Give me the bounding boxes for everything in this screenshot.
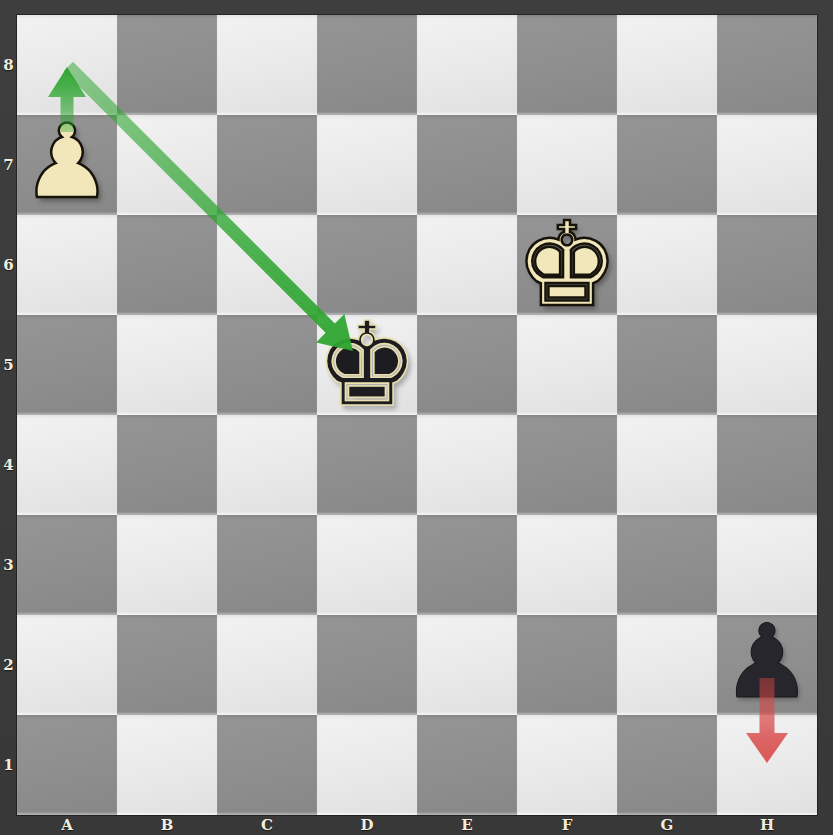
file-label-g: G [617,815,717,835]
white-king-f6[interactable]: ♚ [517,215,617,315]
file-label-d: D [317,815,417,835]
square-g6[interactable] [617,215,717,315]
square-a4[interactable] [17,415,117,515]
chess-board: ♟♚♚♟ [17,15,817,815]
square-b8[interactable] [117,15,217,115]
square-a5[interactable] [17,315,117,415]
square-h1[interactable] [717,715,817,815]
file-label-b: B [117,815,217,835]
file-label-f: F [517,815,617,835]
square-e3[interactable] [417,515,517,615]
square-f5[interactable] [517,315,617,415]
square-h5[interactable] [717,315,817,415]
square-e2[interactable] [417,615,517,715]
square-a1[interactable] [17,715,117,815]
chess-diagram-page: { "game": "chess", "position": { "fen": … [0,0,833,835]
square-g5[interactable] [617,315,717,415]
square-h8[interactable] [717,15,817,115]
square-d8[interactable] [317,15,417,115]
square-b5[interactable] [117,315,217,415]
rank-label-7: 7 [0,115,17,215]
square-c1[interactable] [217,715,317,815]
square-c6[interactable] [217,215,317,315]
square-e8[interactable] [417,15,517,115]
square-f2[interactable] [517,615,617,715]
rank-label-1: 1 [0,715,17,815]
black-king-d5[interactable]: ♚ [317,315,417,415]
square-d1[interactable] [317,715,417,815]
square-f3[interactable] [517,515,617,615]
square-h3[interactable] [717,515,817,615]
square-a7[interactable]: ♟ [17,115,117,215]
square-c4[interactable] [217,415,317,515]
square-d4[interactable] [317,415,417,515]
square-b6[interactable] [117,215,217,315]
square-h6[interactable] [717,215,817,315]
rank-label-6: 6 [0,215,17,315]
square-b1[interactable] [117,715,217,815]
rank-label-4: 4 [0,415,17,515]
square-h2[interactable]: ♟ [717,615,817,715]
square-e1[interactable] [417,715,517,815]
square-e7[interactable] [417,115,517,215]
square-b4[interactable] [117,415,217,515]
square-a6[interactable] [17,215,117,315]
square-e6[interactable] [417,215,517,315]
square-g1[interactable] [617,715,717,815]
file-labels: ABCDEFGH [17,815,817,835]
file-label-a: A [17,815,117,835]
square-g3[interactable] [617,515,717,615]
square-g8[interactable] [617,15,717,115]
square-f8[interactable] [517,15,617,115]
square-b7[interactable] [117,115,217,215]
square-g2[interactable] [617,615,717,715]
square-c7[interactable] [217,115,317,215]
square-c8[interactable] [217,15,317,115]
file-label-h: H [717,815,817,835]
square-f1[interactable] [517,715,617,815]
square-g4[interactable] [617,415,717,515]
black-pawn-h2[interactable]: ♟ [717,612,817,712]
board-frame: 87654321 ♟♚♚♟ ABCDEFGH [0,0,833,835]
square-h4[interactable] [717,415,817,515]
square-f4[interactable] [517,415,617,515]
rank-label-8: 8 [0,15,17,115]
square-e5[interactable] [417,315,517,415]
square-a8[interactable] [17,15,117,115]
square-c3[interactable] [217,515,317,615]
square-d5[interactable]: ♚ [317,315,417,415]
square-c2[interactable] [217,615,317,715]
square-b2[interactable] [117,615,217,715]
square-a2[interactable] [17,615,117,715]
rank-label-2: 2 [0,615,17,715]
file-label-e: E [417,815,517,835]
square-a3[interactable] [17,515,117,615]
file-label-c: C [217,815,317,835]
square-g7[interactable] [617,115,717,215]
rank-label-3: 3 [0,515,17,615]
square-d7[interactable] [317,115,417,215]
square-e4[interactable] [417,415,517,515]
square-h7[interactable] [717,115,817,215]
square-f6[interactable]: ♚ [517,215,617,315]
square-d2[interactable] [317,615,417,715]
square-b3[interactable] [117,515,217,615]
white-pawn-a7[interactable]: ♟ [17,112,117,212]
square-c5[interactable] [217,315,317,415]
rank-label-5: 5 [0,315,17,415]
rank-labels: 87654321 [0,15,17,815]
square-d3[interactable] [317,515,417,615]
